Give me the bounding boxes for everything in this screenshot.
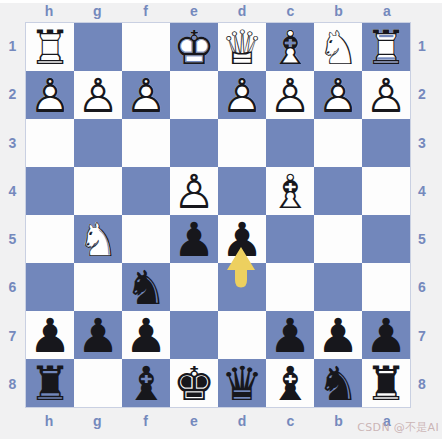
square-d6[interactable] (218, 263, 266, 311)
piece-white-pawn: ♟ (26, 71, 74, 119)
rank-right-label-3: 3 (410, 119, 434, 167)
piece-white-rook: ♜ (26, 23, 74, 71)
square-e4[interactable]: ♟♙ (170, 167, 218, 215)
piece-black-knight: ♞ (314, 359, 362, 407)
square-d1[interactable]: ♛♕ (218, 23, 266, 71)
rank-left-label-3: 3 (0, 119, 25, 167)
file-top-label-f: f (122, 0, 170, 22)
square-c8[interactable]: ♝ (266, 359, 314, 407)
file-top-label-d: d (218, 0, 266, 22)
square-e2[interactable] (170, 71, 218, 119)
square-c2[interactable]: ♟♙ (266, 71, 314, 119)
piece-white-pawn: ♟ (122, 71, 170, 119)
file-top-label-c: c (266, 0, 314, 22)
chess-app: hgfedcba 12345678 12345678 ♜♖♚♔♛♕♝♗♞♘♜♖♟… (0, 0, 442, 441)
piece-black-knight: ♞ (122, 263, 170, 311)
square-c6[interactable] (266, 263, 314, 311)
square-h8[interactable]: ♜ (26, 359, 74, 407)
file-bottom-label-b: b (315, 409, 363, 433)
square-f7[interactable]: ♟ (122, 311, 170, 359)
square-a2[interactable]: ♟♙ (362, 71, 410, 119)
square-a5[interactable] (362, 215, 410, 263)
piece-white-pawn-outline: ♙ (314, 71, 362, 119)
square-g6[interactable] (74, 263, 122, 311)
piece-white-rook-outline: ♖ (26, 23, 74, 71)
piece-white-pawn-outline: ♙ (26, 71, 74, 119)
square-b6[interactable] (314, 263, 362, 311)
piece-white-pawn: ♟ (218, 71, 266, 119)
rank-right-label-4: 4 (410, 167, 434, 215)
square-f4[interactable] (122, 167, 170, 215)
rank-right-label-6: 6 (410, 263, 434, 311)
square-f8[interactable]: ♝ (122, 359, 170, 407)
piece-black-pawn: ♟ (266, 311, 314, 359)
square-f3[interactable] (122, 119, 170, 167)
piece-white-pawn-outline: ♙ (170, 167, 218, 215)
square-b2[interactable]: ♟♙ (314, 71, 362, 119)
piece-white-pawn: ♟ (362, 71, 410, 119)
square-g3[interactable] (74, 119, 122, 167)
square-g8[interactable] (74, 359, 122, 407)
piece-white-bishop-outline: ♗ (266, 23, 314, 71)
square-b1[interactable]: ♞♘ (314, 23, 362, 71)
piece-black-pawn: ♟ (122, 311, 170, 359)
rank-right-label-7: 7 (410, 312, 434, 360)
file-top-label-h: h (25, 0, 73, 22)
piece-white-bishop: ♝ (266, 167, 314, 215)
file-bottom-label-g: g (73, 409, 121, 433)
file-bottom-label-d: d (218, 409, 266, 433)
piece-white-pawn: ♟ (170, 167, 218, 215)
square-e8[interactable]: ♚ (170, 359, 218, 407)
square-c4[interactable]: ♝♗ (266, 167, 314, 215)
square-b4[interactable] (314, 167, 362, 215)
piece-black-pawn: ♟ (218, 215, 266, 263)
square-g4[interactable] (74, 167, 122, 215)
piece-white-pawn-outline: ♙ (74, 71, 122, 119)
rank-left-label-8: 8 (0, 360, 25, 408)
square-f1[interactable] (122, 23, 170, 71)
square-c1[interactable]: ♝♗ (266, 23, 314, 71)
square-e1[interactable]: ♚♔ (170, 23, 218, 71)
square-f5[interactable] (122, 215, 170, 263)
piece-white-king: ♚ (170, 23, 218, 71)
square-h5[interactable] (26, 215, 74, 263)
piece-black-pawn: ♟ (314, 311, 362, 359)
piece-white-pawn: ♟ (266, 71, 314, 119)
square-c3[interactable] (266, 119, 314, 167)
piece-black-pawn: ♟ (170, 215, 218, 263)
file-top-label-b: b (315, 0, 363, 22)
rank-left-label-2: 2 (0, 70, 25, 118)
square-g5[interactable]: ♞♘ (74, 215, 122, 263)
rank-left-label-5: 5 (0, 215, 25, 263)
rank-left-label-4: 4 (0, 167, 25, 215)
piece-white-queen-outline: ♕ (218, 23, 266, 71)
piece-black-pawn: ♟ (26, 311, 74, 359)
square-h4[interactable] (26, 167, 74, 215)
piece-white-pawn: ♟ (74, 71, 122, 119)
file-bottom-label-c: c (266, 409, 314, 433)
piece-white-bishop: ♝ (266, 23, 314, 71)
file-top-label-g: g (73, 0, 121, 22)
piece-white-knight: ♞ (314, 23, 362, 71)
file-top-label-e: e (170, 0, 218, 22)
rank-right-label-8: 8 (410, 360, 434, 408)
file-bottom-label-h: h (25, 409, 73, 433)
piece-white-pawn: ♟ (314, 71, 362, 119)
square-c7[interactable]: ♟ (266, 311, 314, 359)
square-d4[interactable] (218, 167, 266, 215)
square-f2[interactable]: ♟♙ (122, 71, 170, 119)
piece-white-knight-outline: ♘ (314, 23, 362, 71)
square-d2[interactable]: ♟♙ (218, 71, 266, 119)
piece-white-rook-outline: ♖ (362, 23, 410, 71)
piece-white-bishop-outline: ♗ (266, 167, 314, 215)
square-d3[interactable] (218, 119, 266, 167)
piece-white-king-outline: ♔ (170, 23, 218, 71)
file-labels-bottom: hgfedcba (25, 409, 411, 433)
square-e6[interactable] (170, 263, 218, 311)
file-top-label-a: a (363, 0, 411, 22)
square-b3[interactable] (314, 119, 362, 167)
piece-black-rook: ♜ (26, 359, 74, 407)
square-a1[interactable]: ♜♖ (362, 23, 410, 71)
square-g7[interactable]: ♟ (74, 311, 122, 359)
square-h2[interactable]: ♟♙ (26, 71, 74, 119)
rank-labels-left: 12345678 (0, 22, 25, 408)
file-bottom-label-f: f (122, 409, 170, 433)
square-h6[interactable] (26, 263, 74, 311)
piece-white-knight-outline: ♘ (74, 215, 122, 263)
square-b7[interactable]: ♟ (314, 311, 362, 359)
piece-white-pawn-outline: ♙ (266, 71, 314, 119)
rank-labels-right: 12345678 (410, 22, 434, 408)
square-d7[interactable] (218, 311, 266, 359)
square-e3[interactable] (170, 119, 218, 167)
file-labels-top: hgfedcba (25, 0, 411, 22)
piece-black-rook: ♜ (362, 359, 410, 407)
square-a6[interactable] (362, 263, 410, 311)
piece-white-pawn-outline: ♙ (122, 71, 170, 119)
piece-black-bishop: ♝ (122, 359, 170, 407)
square-d5[interactable]: ♟ (218, 215, 266, 263)
square-g2[interactable]: ♟♙ (74, 71, 122, 119)
square-f6[interactable]: ♞ (122, 263, 170, 311)
piece-white-knight: ♞ (74, 215, 122, 263)
square-a3[interactable] (362, 119, 410, 167)
piece-black-pawn: ♟ (362, 311, 410, 359)
square-a8[interactable]: ♜ (362, 359, 410, 407)
square-a7[interactable]: ♟ (362, 311, 410, 359)
square-b8[interactable]: ♞ (314, 359, 362, 407)
file-bottom-label-a: a (363, 409, 411, 433)
square-h1[interactable]: ♜♖ (26, 23, 74, 71)
rank-right-label-5: 5 (410, 215, 434, 263)
rank-left-label-7: 7 (0, 312, 25, 360)
piece-black-king: ♚ (170, 359, 218, 407)
piece-black-bishop: ♝ (266, 359, 314, 407)
chess-board[interactable]: ♜♖♚♔♛♕♝♗♞♘♜♖♟♙♟♙♟♙♟♙♟♙♟♙♟♙♟♙♝♗♞♘♟♟♞♟♟♟♟♟… (25, 22, 411, 408)
square-h3[interactable] (26, 119, 74, 167)
square-e7[interactable] (170, 311, 218, 359)
file-bottom-label-e: e (170, 409, 218, 433)
piece-white-pawn-outline: ♙ (362, 71, 410, 119)
rank-left-label-1: 1 (0, 22, 25, 70)
rank-right-label-1: 1 (410, 22, 434, 70)
piece-black-pawn: ♟ (74, 311, 122, 359)
rank-left-label-6: 6 (0, 263, 25, 311)
rank-right-label-2: 2 (410, 70, 434, 118)
piece-black-queen: ♛ (218, 359, 266, 407)
square-c5[interactable] (266, 215, 314, 263)
square-e5[interactable]: ♟ (170, 215, 218, 263)
square-d8[interactable]: ♛ (218, 359, 266, 407)
piece-white-pawn-outline: ♙ (218, 71, 266, 119)
piece-white-queen: ♛ (218, 23, 266, 71)
square-a4[interactable] (362, 167, 410, 215)
square-b5[interactable] (314, 215, 362, 263)
square-h7[interactable]: ♟ (26, 311, 74, 359)
square-g1[interactable] (74, 23, 122, 71)
piece-white-rook: ♜ (362, 23, 410, 71)
